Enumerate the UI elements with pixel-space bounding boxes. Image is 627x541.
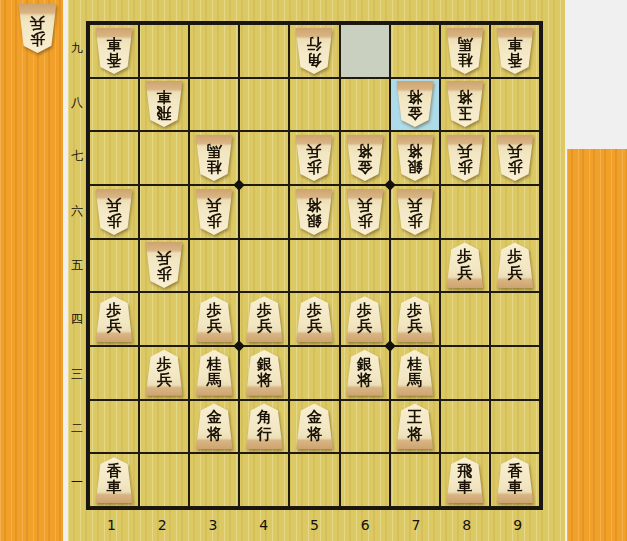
piece-kanji: 銀 [257, 356, 272, 372]
piece-face: 飛車 [445, 457, 485, 503]
piece-kanji: 香 [107, 463, 122, 479]
piece-kanji: 将 [357, 372, 372, 388]
board-cell[interactable]: 角行 [289, 24, 339, 78]
piece-face: 歩兵 [445, 135, 485, 181]
piece-kanji: 兵 [407, 196, 422, 212]
piece-kanji: 車 [107, 35, 122, 51]
piece-jeweled-king-general[interactable]: 玉将 [445, 81, 485, 127]
piece-kanji: 歩 [207, 213, 222, 229]
piece-kanji: 金 [407, 105, 422, 121]
piece-kanji: 金 [207, 409, 222, 425]
board-cell[interactable]: 桂馬 [189, 131, 239, 185]
file-label: 9 [492, 512, 543, 538]
piece-pawn[interactable]: 歩兵 [445, 242, 485, 288]
board-cell[interactable]: 桂馬 [440, 24, 490, 78]
file-label: 3 [188, 512, 239, 538]
board-cell[interactable] [390, 239, 440, 293]
piece-kanji: 兵 [107, 318, 122, 334]
piece-pawn[interactable]: 歩兵 [194, 296, 234, 342]
piece-face: 歩兵 [345, 189, 385, 235]
piece-face: 歩兵 [345, 296, 385, 342]
piece-lance[interactable]: 香車 [94, 28, 134, 74]
piece-kanji: 兵 [207, 318, 222, 334]
piece-face: 銀将 [244, 350, 284, 396]
piece-knight[interactable]: 桂馬 [194, 135, 234, 181]
board-cell[interactable]: 金将 [289, 400, 339, 454]
piece-kanji: 車 [507, 479, 522, 495]
piece-kanji: 桂 [407, 356, 422, 372]
board-cell[interactable] [139, 400, 189, 454]
board-cell[interactable]: 歩兵 [440, 239, 490, 293]
piece-bishop[interactable]: 角行 [244, 403, 284, 449]
file-label: 7 [391, 512, 442, 538]
board-cell[interactable] [490, 400, 540, 454]
board-cell[interactable]: 王将 [390, 400, 440, 454]
piece-silver-general[interactable]: 銀将 [345, 350, 385, 396]
piece-kanji: 歩 [357, 213, 372, 229]
rank-label: 八 [69, 75, 85, 129]
piece-kanji: 兵 [457, 143, 472, 159]
last-move-to-cell[interactable]: 金将 [390, 78, 440, 132]
piece-pawn[interactable]: 歩兵 [244, 296, 284, 342]
piece-pawn[interactable]: 歩兵 [495, 135, 535, 181]
piece-kanji: 車 [157, 89, 172, 105]
piece-pawn[interactable]: 歩兵 [17, 4, 58, 53]
board-cell[interactable] [89, 131, 139, 185]
board-cell[interactable] [490, 185, 540, 239]
board-cell[interactable]: 歩兵 [490, 131, 540, 185]
piece-kanji: 歩 [257, 302, 272, 318]
piece-kanji: 行 [307, 35, 322, 51]
piece-kanji: 歩 [357, 302, 372, 318]
piece-knight[interactable]: 桂馬 [445, 28, 485, 74]
piece-pawn[interactable]: 歩兵 [395, 296, 435, 342]
piece-face: 銀将 [345, 350, 385, 396]
piece-face: 歩兵 [194, 189, 234, 235]
piece-face: 香車 [94, 457, 134, 503]
piece-silver-general[interactable]: 銀将 [395, 135, 435, 181]
piece-face: 歩兵 [294, 296, 334, 342]
piece-face: 歩兵 [294, 135, 334, 181]
board-cell[interactable]: 香車 [89, 24, 139, 78]
piece-kanji: 将 [207, 426, 222, 442]
board-cell[interactable] [89, 400, 139, 454]
piece-gold-general[interactable]: 金将 [395, 81, 435, 127]
piece-face: 歩兵 [495, 135, 535, 181]
file-labels: 123456789 [86, 512, 543, 538]
piece-kanji: 馬 [407, 372, 422, 388]
piece-pawn[interactable]: 歩兵 [294, 135, 334, 181]
piece-lance[interactable]: 香車 [495, 457, 535, 503]
board-cell[interactable]: 香車 [490, 453, 540, 507]
board-cell[interactable] [340, 239, 390, 293]
piece-kanji: 香 [507, 52, 522, 68]
piece-face: 歩兵 [445, 242, 485, 288]
piece-kanji: 金 [307, 409, 322, 425]
piece-kanji: 兵 [507, 143, 522, 159]
board-cell[interactable]: 歩兵 [89, 185, 139, 239]
board-cell[interactable] [490, 292, 540, 346]
shogi-board: 香車角行桂馬香車飛車金将玉将桂馬歩兵金将銀将歩兵歩兵歩兵歩兵銀将歩兵歩兵歩兵歩兵… [86, 21, 543, 510]
board-cell[interactable] [139, 453, 189, 507]
shogi-app: 歩兵 九八七六五四三二一 123456789 香車角行桂馬香車飛車金将玉将桂馬歩… [0, 0, 627, 541]
board-cell[interactable]: 香車 [490, 24, 540, 78]
piece-face: 桂馬 [194, 135, 234, 181]
board-cell[interactable]: 歩兵 [340, 292, 390, 346]
board-cell[interactable]: 玉将 [440, 78, 490, 132]
piece-kanji: 兵 [207, 196, 222, 212]
board-cell[interactable]: 飛車 [139, 78, 189, 132]
piece-face: 飛車 [144, 81, 184, 127]
board-cell[interactable]: 歩兵 [139, 239, 189, 293]
rank-label: 五 [69, 238, 85, 292]
piece-kanji: 歩 [407, 302, 422, 318]
piece-kanji: 歩 [307, 159, 322, 175]
last-move-from-cell[interactable] [340, 24, 390, 78]
board-cell[interactable] [189, 78, 239, 132]
piece-knight[interactable]: 桂馬 [194, 350, 234, 396]
piece-kanji: 歩 [457, 248, 472, 264]
piece-knight[interactable]: 桂馬 [395, 350, 435, 396]
top-player-piece-stand: 歩兵 [0, 0, 63, 541]
rank-label: 二 [69, 401, 85, 455]
piece-face: 歩兵 [395, 189, 435, 235]
rank-label: 六 [69, 184, 85, 238]
board-cell[interactable]: 銀将 [239, 346, 289, 400]
piece-kanji: 車 [107, 479, 122, 495]
file-label: 1 [86, 512, 137, 538]
rank-label: 四 [69, 293, 85, 347]
piece-pawn[interactable]: 歩兵 [94, 296, 134, 342]
rank-label: 七 [69, 130, 85, 184]
piece-kanji: 兵 [457, 265, 472, 281]
board-cell[interactable] [189, 24, 239, 78]
board-cell[interactable] [139, 185, 189, 239]
board-cell[interactable] [440, 400, 490, 454]
piece-lance[interactable]: 香車 [94, 457, 134, 503]
piece-face: 歩兵 [395, 296, 435, 342]
piece-gold-general[interactable]: 金将 [194, 403, 234, 449]
piece-kanji: 馬 [207, 372, 222, 388]
piece-lance[interactable]: 香車 [495, 28, 535, 74]
piece-kanji: 将 [407, 426, 422, 442]
piece-kanji: 銀 [407, 159, 422, 175]
piece-kanji: 車 [507, 35, 522, 51]
piece-kanji: 車 [457, 479, 472, 495]
rank-label: 九 [69, 21, 85, 75]
board-cell[interactable] [239, 453, 289, 507]
piece-kanji: 兵 [507, 265, 522, 281]
piece-kanji: 角 [257, 409, 272, 425]
piece-kanji: 兵 [357, 196, 372, 212]
piece-kanji: 歩 [407, 213, 422, 229]
piece-kanji: 歩 [107, 213, 122, 229]
board-cell[interactable] [89, 346, 139, 400]
board-cell[interactable]: 歩兵 [139, 346, 189, 400]
piece-face: 歩兵 [144, 350, 184, 396]
piece-kanji: 玉 [457, 105, 472, 121]
piece-face: 金将 [194, 403, 234, 449]
board-cell[interactable] [289, 453, 339, 507]
piece-face: 歩兵 [94, 296, 134, 342]
piece-face: 歩兵 [144, 242, 184, 288]
piece-face: 王将 [395, 403, 435, 449]
piece-gold-general[interactable]: 金将 [294, 403, 334, 449]
piece-kanji: 馬 [457, 35, 472, 51]
board-cell[interactable]: 歩兵 [390, 292, 440, 346]
board-cell[interactable] [139, 24, 189, 78]
board-cell[interactable]: 桂馬 [189, 346, 239, 400]
piece-king-general[interactable]: 王将 [395, 403, 435, 449]
piece-kanji: 将 [357, 143, 372, 159]
piece-face: 歩兵 [194, 296, 234, 342]
board-cell[interactable] [239, 24, 289, 78]
piece-face: 桂馬 [445, 28, 485, 74]
board-cell[interactable]: 歩兵 [239, 292, 289, 346]
piece-face: 香車 [495, 457, 535, 503]
piece-face: 金将 [294, 403, 334, 449]
board-cell[interactable]: 歩兵 [189, 292, 239, 346]
piece-pawn[interactable]: 歩兵 [144, 350, 184, 396]
board-cell[interactable] [340, 400, 390, 454]
piece-kanji: 兵 [257, 318, 272, 334]
rank-label: 一 [69, 456, 85, 510]
board-cell[interactable] [440, 292, 490, 346]
piece-kanji: 銀 [307, 213, 322, 229]
piece-kanji: 将 [257, 372, 272, 388]
piece-pawn[interactable]: 歩兵 [194, 189, 234, 235]
board-cell[interactable]: 銀将 [289, 185, 339, 239]
piece-face: 角行 [294, 28, 334, 74]
board-cell[interactable]: 角行 [239, 400, 289, 454]
rank-labels: 九八七六五四三二一 [69, 21, 85, 510]
piece-kanji: 歩 [457, 159, 472, 175]
board-cell[interactable] [289, 78, 339, 132]
board-cell[interactable] [139, 131, 189, 185]
piece-kanji: 歩 [307, 302, 322, 318]
piece-kanji: 兵 [157, 250, 172, 266]
board-cell[interactable]: 歩兵 [289, 292, 339, 346]
rank-label: 三 [69, 347, 85, 401]
piece-kanji: 行 [257, 426, 272, 442]
piece-rook[interactable]: 飛車 [445, 457, 485, 503]
piece-pawn[interactable]: 歩兵 [94, 189, 134, 235]
board-cell[interactable] [440, 185, 490, 239]
piece-kanji: 兵 [307, 318, 322, 334]
piece-face: 歩兵 [495, 242, 535, 288]
piece-kanji: 将 [407, 89, 422, 105]
piece-face: 香車 [94, 28, 134, 74]
board-cell[interactable] [340, 453, 390, 507]
piece-kanji: 香 [507, 463, 522, 479]
board-cell[interactable] [390, 453, 440, 507]
piece-rook[interactable]: 飛車 [144, 81, 184, 127]
piece-kanji: 香 [107, 52, 122, 68]
board-cell[interactable]: 歩兵 [490, 239, 540, 293]
file-label: 2 [137, 512, 188, 538]
piece-pawn[interactable]: 歩兵 [445, 135, 485, 181]
piece-face: 香車 [495, 28, 535, 74]
board-cell[interactable] [89, 239, 139, 293]
piece-face: 玉将 [445, 81, 485, 127]
piece-face: 銀将 [294, 189, 334, 235]
piece-bishop[interactable]: 角行 [294, 28, 334, 74]
board-cell[interactable] [139, 292, 189, 346]
piece-silver-general[interactable]: 銀将 [294, 189, 334, 235]
piece-kanji: 角 [307, 52, 322, 68]
piece-kanji: 歩 [507, 159, 522, 175]
board-cell[interactable] [490, 346, 540, 400]
piece-face: 銀将 [395, 135, 435, 181]
piece-kanji: 将 [457, 89, 472, 105]
piece-silver-general[interactable]: 銀将 [244, 350, 284, 396]
board-cell[interactable]: 香車 [89, 453, 139, 507]
board-cell[interactable]: 歩兵 [289, 131, 339, 185]
piece-kanji: 兵 [30, 15, 45, 31]
board-cell[interactable] [490, 78, 540, 132]
board-cell[interactable]: 桂馬 [390, 346, 440, 400]
piece-kanji: 将 [307, 426, 322, 442]
board-cell[interactable]: 金将 [340, 131, 390, 185]
board-cell[interactable]: 歩兵 [89, 292, 139, 346]
piece-face: 金将 [345, 135, 385, 181]
board-cell[interactable] [239, 131, 289, 185]
board-cell[interactable] [289, 346, 339, 400]
board-cell[interactable]: 歩兵 [340, 185, 390, 239]
board-cell[interactable] [239, 185, 289, 239]
piece-kanji: 桂 [457, 52, 472, 68]
piece-pawn[interactable]: 歩兵 [294, 296, 334, 342]
piece-kanji: 兵 [357, 318, 372, 334]
piece-kanji: 歩 [507, 248, 522, 264]
piece-kanji: 歩 [30, 31, 45, 47]
piece-face: 歩兵 [17, 4, 58, 53]
piece-kanji: 金 [357, 159, 372, 175]
board-cell[interactable] [189, 453, 239, 507]
board-cell[interactable] [440, 346, 490, 400]
file-label: 5 [289, 512, 340, 538]
piece-kanji: 歩 [157, 266, 172, 282]
piece-kanji: 歩 [107, 302, 122, 318]
board-cell[interactable]: 飛車 [440, 453, 490, 507]
board-cell[interactable] [189, 239, 239, 293]
file-label: 8 [441, 512, 492, 538]
file-label: 6 [340, 512, 391, 538]
piece-kanji: 馬 [207, 143, 222, 159]
piece-kanji: 桂 [207, 159, 222, 175]
board-cell[interactable]: 歩兵 [440, 131, 490, 185]
bottom-player-piece-stand [567, 149, 627, 541]
file-label: 4 [238, 512, 289, 538]
piece-kanji: 銀 [357, 356, 372, 372]
piece-kanji: 王 [407, 409, 422, 425]
piece-kanji: 飛 [457, 463, 472, 479]
board-cell[interactable] [239, 78, 289, 132]
piece-kanji: 将 [307, 196, 322, 212]
board-cell[interactable] [390, 24, 440, 78]
piece-face: 歩兵 [244, 296, 284, 342]
piece-face: 桂馬 [194, 350, 234, 396]
piece-kanji: 歩 [207, 302, 222, 318]
piece-pawn[interactable]: 歩兵 [345, 189, 385, 235]
piece-kanji: 飛 [157, 105, 172, 121]
piece-kanji: 桂 [207, 356, 222, 372]
piece-pawn[interactable]: 歩兵 [395, 189, 435, 235]
piece-kanji: 将 [407, 143, 422, 159]
piece-kanji: 歩 [157, 356, 172, 372]
piece-pawn[interactable]: 歩兵 [345, 296, 385, 342]
piece-pawn[interactable]: 歩兵 [495, 242, 535, 288]
piece-face: 桂馬 [395, 350, 435, 396]
board-cell[interactable]: 銀将 [340, 346, 390, 400]
piece-face: 角行 [244, 403, 284, 449]
piece-face: 歩兵 [94, 189, 134, 235]
piece-kanji: 兵 [307, 143, 322, 159]
piece-face: 金将 [395, 81, 435, 127]
piece-kanji: 兵 [157, 372, 172, 388]
piece-gold-general[interactable]: 金将 [345, 135, 385, 181]
board-cell[interactable]: 金将 [189, 400, 239, 454]
board-cell[interactable]: 歩兵 [189, 185, 239, 239]
board-cell[interactable] [89, 78, 139, 132]
piece-pawn[interactable]: 歩兵 [144, 242, 184, 288]
piece-kanji: 兵 [107, 196, 122, 212]
board-cell[interactable] [239, 239, 289, 293]
board-cell[interactable]: 歩兵 [390, 185, 440, 239]
board-cell[interactable]: 銀将 [390, 131, 440, 185]
board-cell[interactable] [289, 239, 339, 293]
piece-kanji: 兵 [407, 318, 422, 334]
board-cell[interactable] [340, 78, 390, 132]
